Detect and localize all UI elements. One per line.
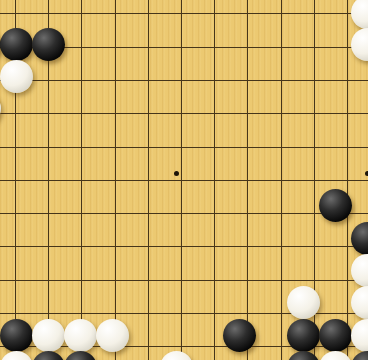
grid-line-horizontal: [0, 213, 368, 214]
stone-white-q15[interactable]: [351, 0, 368, 29]
grid-line-horizontal: [0, 180, 368, 181]
stone-white-h5[interactable]: [96, 319, 129, 352]
grid-line-horizontal: [0, 13, 368, 14]
stone-white-q6[interactable]: [351, 286, 368, 319]
stone-black-e5[interactable]: [0, 319, 33, 352]
stone-black-m5[interactable]: [223, 319, 256, 352]
stone-white-g5[interactable]: [64, 319, 97, 352]
go-board[interactable]: [0, 0, 368, 360]
stone-white-f5[interactable]: [32, 319, 65, 352]
grid-line-horizontal: [0, 113, 368, 114]
stone-black-q4[interactable]: [351, 351, 368, 360]
stone-black-g4[interactable]: [64, 351, 97, 360]
stone-white-e13[interactable]: [0, 60, 33, 93]
grid-line-horizontal: [0, 246, 368, 247]
stone-black-q8[interactable]: [351, 222, 368, 255]
stone-white-d12[interactable]: [0, 92, 1, 125]
stone-white-e4[interactable]: [0, 351, 33, 360]
stone-black-o4[interactable]: [287, 351, 320, 360]
stone-white-q14[interactable]: [351, 28, 368, 61]
grid-line-horizontal: [0, 280, 368, 281]
stone-black-e14[interactable]: [0, 28, 33, 61]
star-point-k10: [174, 171, 179, 176]
stone-black-p5[interactable]: [319, 319, 352, 352]
grid-line-horizontal: [0, 147, 368, 148]
stone-black-o5[interactable]: [287, 319, 320, 352]
stone-black-f14[interactable]: [32, 28, 65, 61]
stone-white-k4[interactable]: [160, 351, 193, 360]
grid-line-horizontal: [0, 80, 368, 81]
stone-white-o6[interactable]: [287, 286, 320, 319]
stone-white-q7[interactable]: [351, 254, 368, 287]
stone-black-f4[interactable]: [32, 351, 65, 360]
